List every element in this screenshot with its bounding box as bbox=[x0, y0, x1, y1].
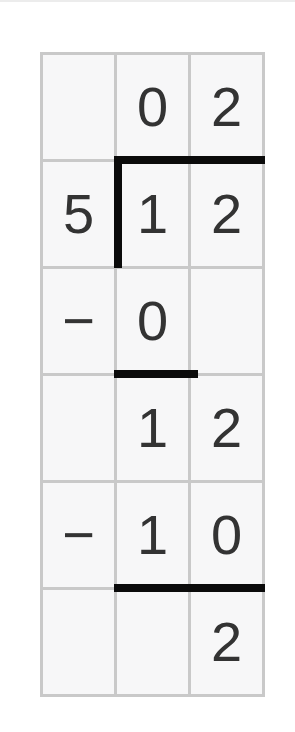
subtraction-line-first bbox=[114, 370, 198, 378]
grid-cell-r4c2: 1 bbox=[117, 376, 188, 480]
grid-cell-r4c3: 2 bbox=[191, 376, 262, 480]
grid-cell-r2c1: 5 bbox=[43, 162, 114, 266]
grid-cell-r6c1 bbox=[43, 590, 114, 694]
grid-cell-r1c3: 2 bbox=[191, 55, 262, 159]
division-bracket-vertical bbox=[114, 156, 122, 268]
grid-cell-r2c3: 2 bbox=[191, 162, 262, 266]
grid-cell-r3c1: − bbox=[43, 269, 114, 373]
grid-cell-r3c2: 0 bbox=[117, 269, 188, 373]
grid-cell-r5c1: − bbox=[43, 483, 114, 587]
grid-cell-r5c2: 1 bbox=[117, 483, 188, 587]
grid-cell-r5c3: 0 bbox=[191, 483, 262, 587]
division-bracket-horizontal bbox=[114, 156, 265, 164]
long-division-grid: 02512−012−102 bbox=[40, 52, 265, 697]
grid-cell-r6c3: 2 bbox=[191, 590, 262, 694]
subtraction-line-second bbox=[114, 584, 265, 592]
grid-cell-r1c2: 0 bbox=[117, 55, 188, 159]
grid-cell-r4c1 bbox=[43, 376, 114, 480]
grid-cell-r3c3 bbox=[191, 269, 262, 373]
page-top-divider bbox=[0, 0, 295, 2]
long-division-page: 02512−012−102 bbox=[0, 0, 295, 732]
grid-cell-r6c2 bbox=[117, 590, 188, 694]
grid-cell-r1c1 bbox=[43, 55, 114, 159]
grid-cell-r2c2: 1 bbox=[117, 162, 188, 266]
